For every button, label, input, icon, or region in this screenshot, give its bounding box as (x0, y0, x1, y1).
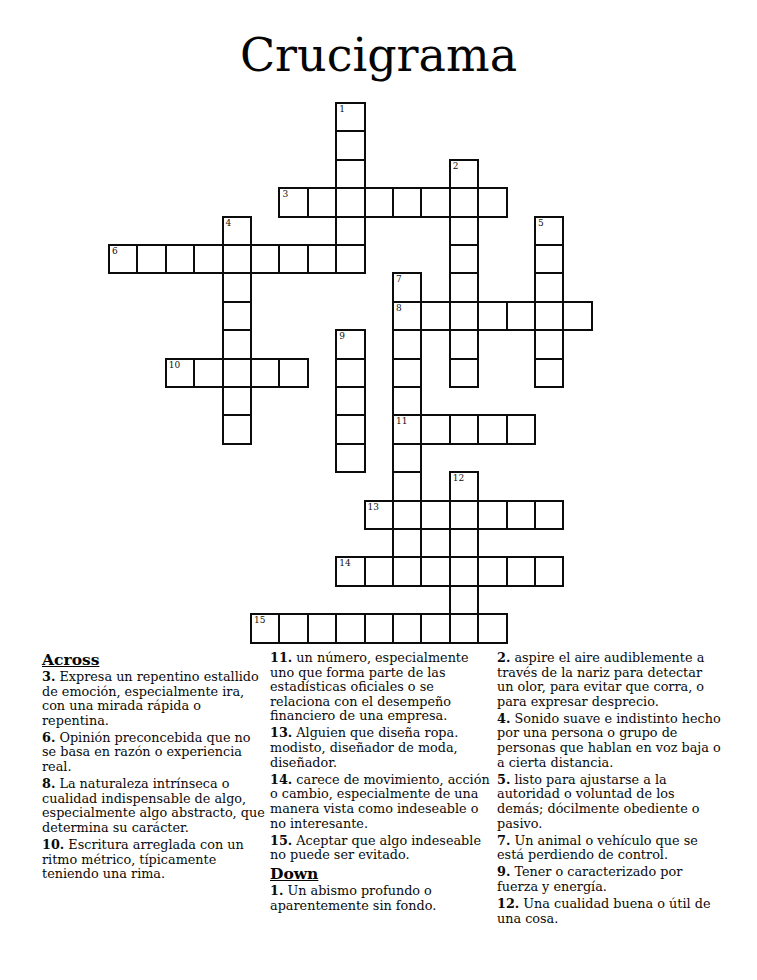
grid-cell[interactable] (250, 244, 280, 274)
grid-cell[interactable] (477, 613, 507, 643)
clue-15: 15. Aceptar que algo indeseable no puede… (270, 834, 494, 863)
grid-cell[interactable]: 15 (250, 613, 280, 643)
grid-cell[interactable] (335, 130, 365, 160)
clue-number: 10. (42, 837, 64, 852)
grid-cell[interactable] (534, 244, 564, 274)
grid-cell[interactable]: 8 (392, 301, 422, 331)
grid-cell[interactable] (335, 414, 365, 444)
grid-cell[interactable]: 9 (335, 329, 365, 359)
grid-cell[interactable] (449, 272, 479, 302)
clue-11: 11. un número, especialmente uno que for… (270, 651, 494, 724)
grid-cell[interactable] (335, 386, 365, 416)
clue-10: 10. Escritura arreglada con un ritmo mét… (42, 838, 266, 882)
clue-number-label: 13 (368, 502, 379, 512)
clue-8: 8. La naturaleza intrínseca o cualidad i… (42, 777, 266, 835)
grid-cell[interactable] (506, 556, 536, 586)
grid-cell[interactable] (364, 556, 394, 586)
grid-cell[interactable] (477, 414, 507, 444)
grid-cell[interactable] (193, 244, 223, 274)
clue-2: 2. aspire el aire audiblemente a través … (497, 651, 721, 709)
clue-13: 13. Alguien que diseña ropa. modisto, di… (270, 726, 494, 770)
clue-number-label: 3 (282, 189, 288, 199)
clue-number-label: 15 (254, 615, 265, 625)
clue-number-label: 1 (339, 104, 345, 114)
grid-cell[interactable]: 13 (364, 500, 394, 530)
clue-14: 14. carece de movimiento, acción o cambi… (270, 773, 494, 831)
grid-cell[interactable] (222, 386, 252, 416)
grid-cell[interactable] (307, 244, 337, 274)
grid-cell[interactable] (193, 358, 223, 388)
clue-number: 7. (497, 833, 510, 848)
grid-cell[interactable] (449, 301, 479, 331)
clue-number-label: 11 (396, 416, 407, 426)
grid-cell[interactable] (335, 358, 365, 388)
grid-cell[interactable] (136, 244, 166, 274)
grid-cell[interactable] (449, 216, 479, 246)
clue-number-label: 4 (226, 218, 232, 228)
clue-number: 11. (270, 650, 292, 665)
grid-cell[interactable] (222, 329, 252, 359)
grid-cell[interactable] (392, 329, 422, 359)
grid-cell[interactable] (506, 414, 536, 444)
grid-cell[interactable] (477, 301, 507, 331)
grid-cell[interactable] (222, 244, 252, 274)
clue-number-label: 8 (396, 303, 402, 313)
grid-cell[interactable] (392, 443, 422, 473)
grid-cell[interactable] (449, 500, 479, 530)
clue-number: 5. (497, 772, 510, 787)
grid-cell[interactable] (420, 500, 450, 530)
grid-cell[interactable] (278, 358, 308, 388)
grid-cell[interactable] (335, 613, 365, 643)
clue-number-label: 7 (396, 274, 402, 284)
clue-number-label: 14 (339, 558, 350, 568)
grid-cell[interactable] (335, 443, 365, 473)
grid-cell[interactable] (364, 187, 394, 217)
grid-cell[interactable] (335, 159, 365, 189)
grid-cell[interactable] (392, 358, 422, 388)
clue-1: 1. Un abismo profundo o aparentemente si… (270, 884, 494, 913)
grid-cell[interactable] (392, 187, 422, 217)
grid-cell[interactable] (392, 613, 422, 643)
clue-number-label: 2 (453, 161, 459, 171)
grid-cell[interactable] (420, 556, 450, 586)
grid-cell[interactable]: 4 (222, 216, 252, 246)
grid-cell[interactable] (449, 329, 479, 359)
grid-cell[interactable] (449, 585, 479, 615)
grid-cell[interactable] (562, 301, 592, 331)
clue-number: 6. (42, 730, 55, 745)
grid-cell[interactable]: 2 (449, 159, 479, 189)
grid-cell[interactable]: 3 (278, 187, 308, 217)
grid-cell[interactable] (222, 272, 252, 302)
grid-cell[interactable] (449, 528, 479, 558)
grid-cell[interactable]: 5 (534, 216, 564, 246)
clue-number-label: 9 (339, 331, 345, 341)
across-heading: Across (42, 651, 266, 668)
grid-cell[interactable] (477, 187, 507, 217)
grid-cell[interactable] (534, 272, 564, 302)
grid-cell[interactable] (477, 556, 507, 586)
clue-number: 2. (497, 650, 510, 665)
grid-cell[interactable] (307, 187, 337, 217)
grid-cell[interactable]: 12 (449, 471, 479, 501)
grid-cell[interactable] (392, 500, 422, 530)
grid-cell[interactable] (392, 556, 422, 586)
grid-cell[interactable] (392, 386, 422, 416)
grid-cell[interactable] (278, 244, 308, 274)
clue-4: 4. Sonido suave e indistinto hecho por u… (497, 712, 721, 770)
grid-cell[interactable] (420, 613, 450, 643)
grid-cell[interactable] (449, 613, 479, 643)
clue-6: 6. Opinión preconcebida que no se basa e… (42, 731, 266, 775)
grid-cell[interactable] (420, 187, 450, 217)
grid-cell[interactable] (449, 358, 479, 388)
grid-cell[interactable] (534, 329, 564, 359)
grid-cell[interactable] (477, 500, 507, 530)
grid-cell[interactable] (364, 613, 394, 643)
clue-12: 12. Una cualidad buena o útil de una cos… (497, 897, 721, 926)
grid-cell[interactable] (392, 528, 422, 558)
clue-number-label: 12 (453, 473, 464, 483)
down-heading: Down (270, 865, 494, 882)
clue-number-label: 5 (538, 218, 544, 228)
grid-cell[interactable]: 1 (335, 102, 365, 132)
grid-cell[interactable] (250, 358, 280, 388)
grid-cell[interactable]: 6 (108, 244, 138, 274)
clue-9: 9. Tener o caracterizado por fuerza y en… (497, 865, 721, 894)
clue-number: 4. (497, 711, 510, 726)
clue-column-1: Across3. Expresa un repentino estallido … (42, 651, 266, 884)
clue-number: 14. (270, 772, 292, 787)
clue-number: 3. (42, 669, 55, 684)
clue-number: 1. (270, 883, 283, 898)
grid-cell[interactable] (392, 471, 422, 501)
grid-cell[interactable] (335, 216, 365, 246)
grid-cell[interactable] (335, 187, 365, 217)
grid-cell[interactable] (449, 414, 479, 444)
grid-cell[interactable] (506, 500, 536, 530)
grid-cell[interactable] (420, 301, 450, 331)
grid-cell[interactable] (165, 244, 195, 274)
grid-cell[interactable]: 7 (392, 272, 422, 302)
clue-number-label: 6 (112, 246, 118, 256)
grid-cell[interactable] (307, 613, 337, 643)
page-title: Crucigrama (0, 28, 757, 82)
grid-cell[interactable]: 10 (165, 358, 195, 388)
grid-cell[interactable] (449, 556, 479, 586)
grid-cell[interactable] (335, 244, 365, 274)
grid-cell[interactable] (222, 414, 252, 444)
grid-cell[interactable] (222, 358, 252, 388)
grid-cell[interactable] (449, 244, 479, 274)
clue-7: 7. Un animal o vehículo que se está perd… (497, 834, 721, 863)
grid-cell[interactable] (534, 556, 564, 586)
grid-cell[interactable] (278, 613, 308, 643)
clue-column-3: 2. aspire el aire audiblemente a través … (497, 651, 721, 929)
grid-cell[interactable] (506, 301, 536, 331)
clue-number: 9. (497, 864, 510, 879)
clue-column-2: 11. un número, especialmente uno que for… (270, 651, 494, 916)
clue-number: 15. (270, 833, 292, 848)
clue-number: 12. (497, 896, 519, 911)
clue-3: 3. Expresa un repentino estallido de emo… (42, 670, 266, 728)
clue-5: 5. listo para ajustarse a la autoridad o… (497, 773, 721, 831)
grid-cell[interactable] (534, 301, 564, 331)
grid-cell[interactable] (222, 301, 252, 331)
grid-cell[interactable] (534, 500, 564, 530)
clue-number: 8. (42, 776, 55, 791)
grid-cell[interactable] (534, 358, 564, 388)
clue-number: 13. (270, 725, 292, 740)
grid-cell[interactable] (420, 414, 450, 444)
grid-cell[interactable]: 14 (335, 556, 365, 586)
grid-cell[interactable] (449, 187, 479, 217)
clue-number-label: 10 (169, 360, 180, 370)
grid-cell[interactable]: 11 (392, 414, 422, 444)
